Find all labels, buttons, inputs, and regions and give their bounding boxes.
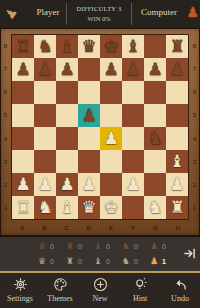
black-p-piece: ♟ <box>147 61 162 78</box>
square-d7[interactable] <box>78 58 100 81</box>
captured-knight-count: ♞0 <box>122 257 150 266</box>
black-n-piece: ♞ <box>147 130 162 147</box>
coord-label: 8 <box>0 34 11 57</box>
square-h2[interactable]: ♟ <box>166 173 188 196</box>
coord-label: 2 <box>0 174 11 197</box>
tray-row-white-captured: ♛0♜0♝0♞0♟1 <box>38 254 178 269</box>
square-g5[interactable] <box>144 104 166 127</box>
white-n-piece: ♞ <box>147 199 162 216</box>
square-b6[interactable] <box>34 81 56 104</box>
square-a3[interactable] <box>12 150 34 173</box>
bishop-icon: ♝ <box>94 257 102 266</box>
board-frame: 87654321 87654321 ABCDEFGH ♜♞♝♛♚♝♜♟♟♟♟♟♟… <box>0 28 200 236</box>
new-game-button[interactable]: New <box>80 273 120 308</box>
square-b3[interactable] <box>34 150 56 173</box>
square-e3[interactable] <box>100 150 122 173</box>
square-g6[interactable] <box>144 81 166 104</box>
square-h1[interactable]: ♜ <box>166 196 188 219</box>
square-e2[interactable] <box>100 173 122 196</box>
square-h8[interactable]: ♜ <box>166 35 188 58</box>
black-q-piece: ♛ <box>81 38 96 55</box>
black-k-piece: ♚ <box>103 38 118 55</box>
count-label: 0 <box>134 243 138 250</box>
captured-pieces-tray: ♛0♜0♝0♞0♟0 ♛0♜0♝0♞0♟1 <box>0 236 200 273</box>
captured-pawn-count: ♟1 <box>150 257 178 266</box>
white-p-piece: ♟ <box>37 176 52 193</box>
difficulty-block: DIFFICULTY 3 WIN 0% <box>67 3 131 25</box>
tray-row-black-captured: ♛0♜0♝0♞0♟0 <box>38 239 178 254</box>
square-a8[interactable]: ♜ <box>12 35 34 58</box>
black-b-piece: ♝ <box>59 38 74 55</box>
rook-icon: ♜ <box>66 257 74 266</box>
coord-label: 4 <box>0 127 11 150</box>
undo-arrow-icon <box>173 277 188 292</box>
black-p-piece: ♟ <box>125 61 140 78</box>
coord-label: 5 <box>189 104 200 127</box>
square-c8[interactable]: ♝ <box>56 35 78 58</box>
computer-label: Computer <box>134 7 184 17</box>
captured-knight-count: ♞0 <box>122 242 150 251</box>
white-b-piece: ♝ <box>169 153 184 170</box>
square-f5[interactable] <box>122 104 144 127</box>
captured-rook-count: ♜0 <box>66 257 94 266</box>
coord-label: 3 <box>0 150 11 173</box>
palette-icon <box>53 277 68 292</box>
white-k-piece: ♚ <box>103 199 118 216</box>
player-label: Player <box>27 7 69 17</box>
square-b7[interactable]: ♟ <box>34 58 56 81</box>
count-label: 0 <box>162 243 166 250</box>
square-c6[interactable] <box>56 81 78 104</box>
computer-pawn-icon: ♟ <box>186 4 199 20</box>
square-e6[interactable] <box>100 81 122 104</box>
white-p-piece: ♟ <box>125 176 140 193</box>
square-f1[interactable] <box>122 196 144 219</box>
themes-button[interactable]: Themes <box>40 273 80 308</box>
square-f3[interactable] <box>122 150 144 173</box>
square-b8[interactable]: ♞ <box>34 35 56 58</box>
square-f4[interactable] <box>122 127 144 150</box>
square-d5[interactable]: ♟ <box>78 104 100 127</box>
coord-label: 1 <box>189 197 200 220</box>
lightbulb-icon <box>133 277 148 292</box>
plus-circle-icon <box>93 277 108 292</box>
count-label: 0 <box>78 243 82 250</box>
square-g3[interactable] <box>144 150 166 173</box>
difficulty-label: DIFFICULTY 3 <box>67 5 131 12</box>
knight-icon: ♞ <box>122 242 130 251</box>
black-p-piece: ♟ <box>103 61 118 78</box>
square-e5[interactable] <box>100 104 122 127</box>
black-n-piece: ♞ <box>37 38 52 55</box>
square-c1[interactable]: ♝ <box>56 196 78 219</box>
square-h4[interactable] <box>166 127 188 150</box>
black-p-piece: ♟ <box>59 61 74 78</box>
white-p-piece: ♟ <box>103 130 118 147</box>
tray-toggle-button[interactable] <box>182 245 197 262</box>
square-f7[interactable]: ♟ <box>122 58 144 81</box>
count-label: 0 <box>106 258 110 265</box>
coord-label: 3 <box>189 150 200 173</box>
captured-queen-count: ♛0 <box>38 242 66 251</box>
arrow-to-bar-icon <box>183 247 196 260</box>
bishop-icon: ♝ <box>94 242 102 251</box>
white-p-piece: ♟ <box>169 176 184 193</box>
white-q-piece: ♛ <box>81 199 96 216</box>
count-label: 0 <box>78 258 82 265</box>
coord-label: 7 <box>189 57 200 80</box>
count-label: 0 <box>134 258 138 265</box>
themes-label: Themes <box>47 294 72 303</box>
undo-label: Undo <box>171 294 189 303</box>
square-g7[interactable]: ♟ <box>144 58 166 81</box>
square-d4[interactable] <box>78 127 100 150</box>
white-p-piece: ♟ <box>81 176 96 193</box>
white-p-piece: ♟ <box>15 176 30 193</box>
square-d6[interactable] <box>78 81 100 104</box>
count-label: 0 <box>106 243 110 250</box>
top-status-bar: ♟ Player DIFFICULTY 3 WIN 0% Computer ♟ <box>0 0 200 28</box>
rank-labels-left: 87654321 <box>0 34 11 220</box>
square-c3[interactable] <box>56 150 78 173</box>
square-e1[interactable]: ♚ <box>100 196 122 219</box>
square-a6[interactable] <box>12 81 34 104</box>
coord-label: B <box>33 220 55 235</box>
captured-bishop-count: ♝0 <box>94 257 122 266</box>
count-label: 0 <box>50 243 54 250</box>
white-r-piece: ♜ <box>15 199 30 216</box>
pawn-icon: ♟ <box>150 257 158 266</box>
settings-label: Settings <box>7 294 33 303</box>
white-r-piece: ♜ <box>169 199 184 216</box>
white-n-piece: ♞ <box>37 199 52 216</box>
coord-label: F <box>122 220 144 235</box>
coord-label: 8 <box>189 34 200 57</box>
coord-label: 1 <box>0 197 11 220</box>
knight-icon: ♞ <box>122 257 130 266</box>
black-p-piece: ♟ <box>169 61 184 78</box>
settings-button[interactable]: Settings <box>0 273 40 308</box>
square-e4[interactable]: ♟ <box>100 127 122 150</box>
queen-icon: ♛ <box>38 257 46 266</box>
square-b4[interactable] <box>34 127 56 150</box>
coord-label: H <box>167 220 189 235</box>
count-label: 1 <box>162 258 166 265</box>
square-a4[interactable] <box>12 127 34 150</box>
captured-rook-count: ♜0 <box>66 242 94 251</box>
chess-board[interactable]: ♜♞♝♛♚♝♜♟♟♟♟♟♟♟♟♟♞♝♟♟♟♟♟♟♜♞♝♛♚♞♜ <box>11 34 189 220</box>
count-label: 0 <box>50 258 54 265</box>
square-a5[interactable] <box>12 104 34 127</box>
queen-icon: ♛ <box>38 242 46 251</box>
square-a2[interactable]: ♟ <box>12 173 34 196</box>
black-p-piece: ♟ <box>37 61 52 78</box>
square-c2[interactable]: ♟ <box>56 173 78 196</box>
coord-label: 5 <box>0 104 11 127</box>
black-b-piece: ♝ <box>125 38 140 55</box>
pawn-icon: ♟ <box>150 242 158 251</box>
white-p-piece: ♟ <box>59 176 74 193</box>
square-b5[interactable] <box>34 104 56 127</box>
black-p-piece: ♟ <box>15 61 30 78</box>
coord-label: 7 <box>0 57 11 80</box>
square-e7[interactable]: ♟ <box>100 58 122 81</box>
rook-icon: ♜ <box>66 242 74 251</box>
square-g1[interactable]: ♞ <box>144 196 166 219</box>
square-a1[interactable]: ♜ <box>12 196 34 219</box>
hint-label: Hint <box>133 294 147 303</box>
bottom-toolbar: Settings Themes New <box>0 273 200 308</box>
square-f6[interactable] <box>122 81 144 104</box>
black-p-piece: ♟ <box>81 107 96 124</box>
player-pawn-icon: ♟ <box>1 4 20 22</box>
coord-label: C <box>56 220 78 235</box>
square-d1[interactable]: ♛ <box>78 196 100 219</box>
white-b-piece: ♝ <box>59 199 74 216</box>
square-e8[interactable]: ♚ <box>100 35 122 58</box>
captured-bishop-count: ♝0 <box>94 242 122 251</box>
square-g8[interactable] <box>144 35 166 58</box>
square-d8[interactable]: ♛ <box>78 35 100 58</box>
win-percent-label: WIN 0% <box>67 15 131 22</box>
square-g2[interactable] <box>144 173 166 196</box>
captured-pawn-count: ♟0 <box>150 242 178 251</box>
square-h3[interactable]: ♝ <box>166 150 188 173</box>
square-h5[interactable] <box>166 104 188 127</box>
coord-label: 2 <box>189 174 200 197</box>
coord-label: E <box>100 220 122 235</box>
coord-label: 6 <box>0 81 11 104</box>
hint-button[interactable]: Hint <box>120 273 160 308</box>
captured-queen-count: ♛0 <box>38 257 66 266</box>
square-b2[interactable]: ♟ <box>34 173 56 196</box>
square-b1[interactable]: ♞ <box>34 196 56 219</box>
square-a7[interactable]: ♟ <box>12 58 34 81</box>
coord-label: 6 <box>189 81 200 104</box>
square-f8[interactable]: ♝ <box>122 35 144 58</box>
coord-label: A <box>11 220 33 235</box>
coord-label: D <box>78 220 100 235</box>
square-c7[interactable]: ♟ <box>56 58 78 81</box>
coord-label: G <box>145 220 167 235</box>
coord-label: 4 <box>189 127 200 150</box>
file-labels: ABCDEFGH <box>11 220 189 235</box>
square-h7[interactable]: ♟ <box>166 58 188 81</box>
square-c5[interactable] <box>56 104 78 127</box>
black-r-piece: ♜ <box>15 38 30 55</box>
black-r-piece: ♜ <box>169 38 184 55</box>
gear-icon <box>13 277 28 292</box>
square-d3[interactable] <box>78 150 100 173</box>
square-h6[interactable] <box>166 81 188 104</box>
new-label: New <box>92 294 107 303</box>
square-f2[interactable]: ♟ <box>122 173 144 196</box>
undo-button[interactable]: Undo <box>160 273 200 308</box>
rank-labels-right: 87654321 <box>189 34 200 220</box>
divider <box>131 3 132 25</box>
square-d2[interactable]: ♟ <box>78 173 100 196</box>
square-g4[interactable]: ♞ <box>144 127 166 150</box>
square-c4[interactable] <box>56 127 78 150</box>
